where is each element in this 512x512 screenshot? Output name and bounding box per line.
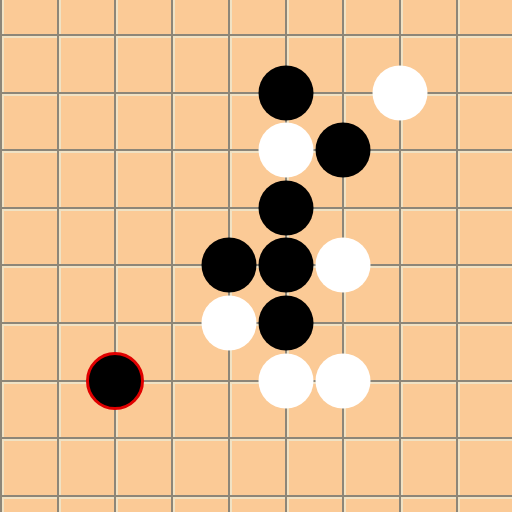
white-stone — [202, 296, 257, 351]
white-stone — [373, 65, 428, 120]
last-move-stone — [86, 352, 144, 410]
white-stone — [316, 238, 371, 293]
black-stone — [316, 123, 371, 178]
black-stone — [259, 296, 314, 351]
white-stone — [259, 353, 314, 408]
black-stone — [259, 65, 314, 120]
stones-layer — [0, 0, 512, 512]
black-stone — [259, 180, 314, 235]
white-stone — [316, 353, 371, 408]
white-stone — [259, 123, 314, 178]
go-board[interactable] — [0, 0, 512, 512]
black-stone — [259, 238, 314, 293]
black-stone — [202, 238, 257, 293]
